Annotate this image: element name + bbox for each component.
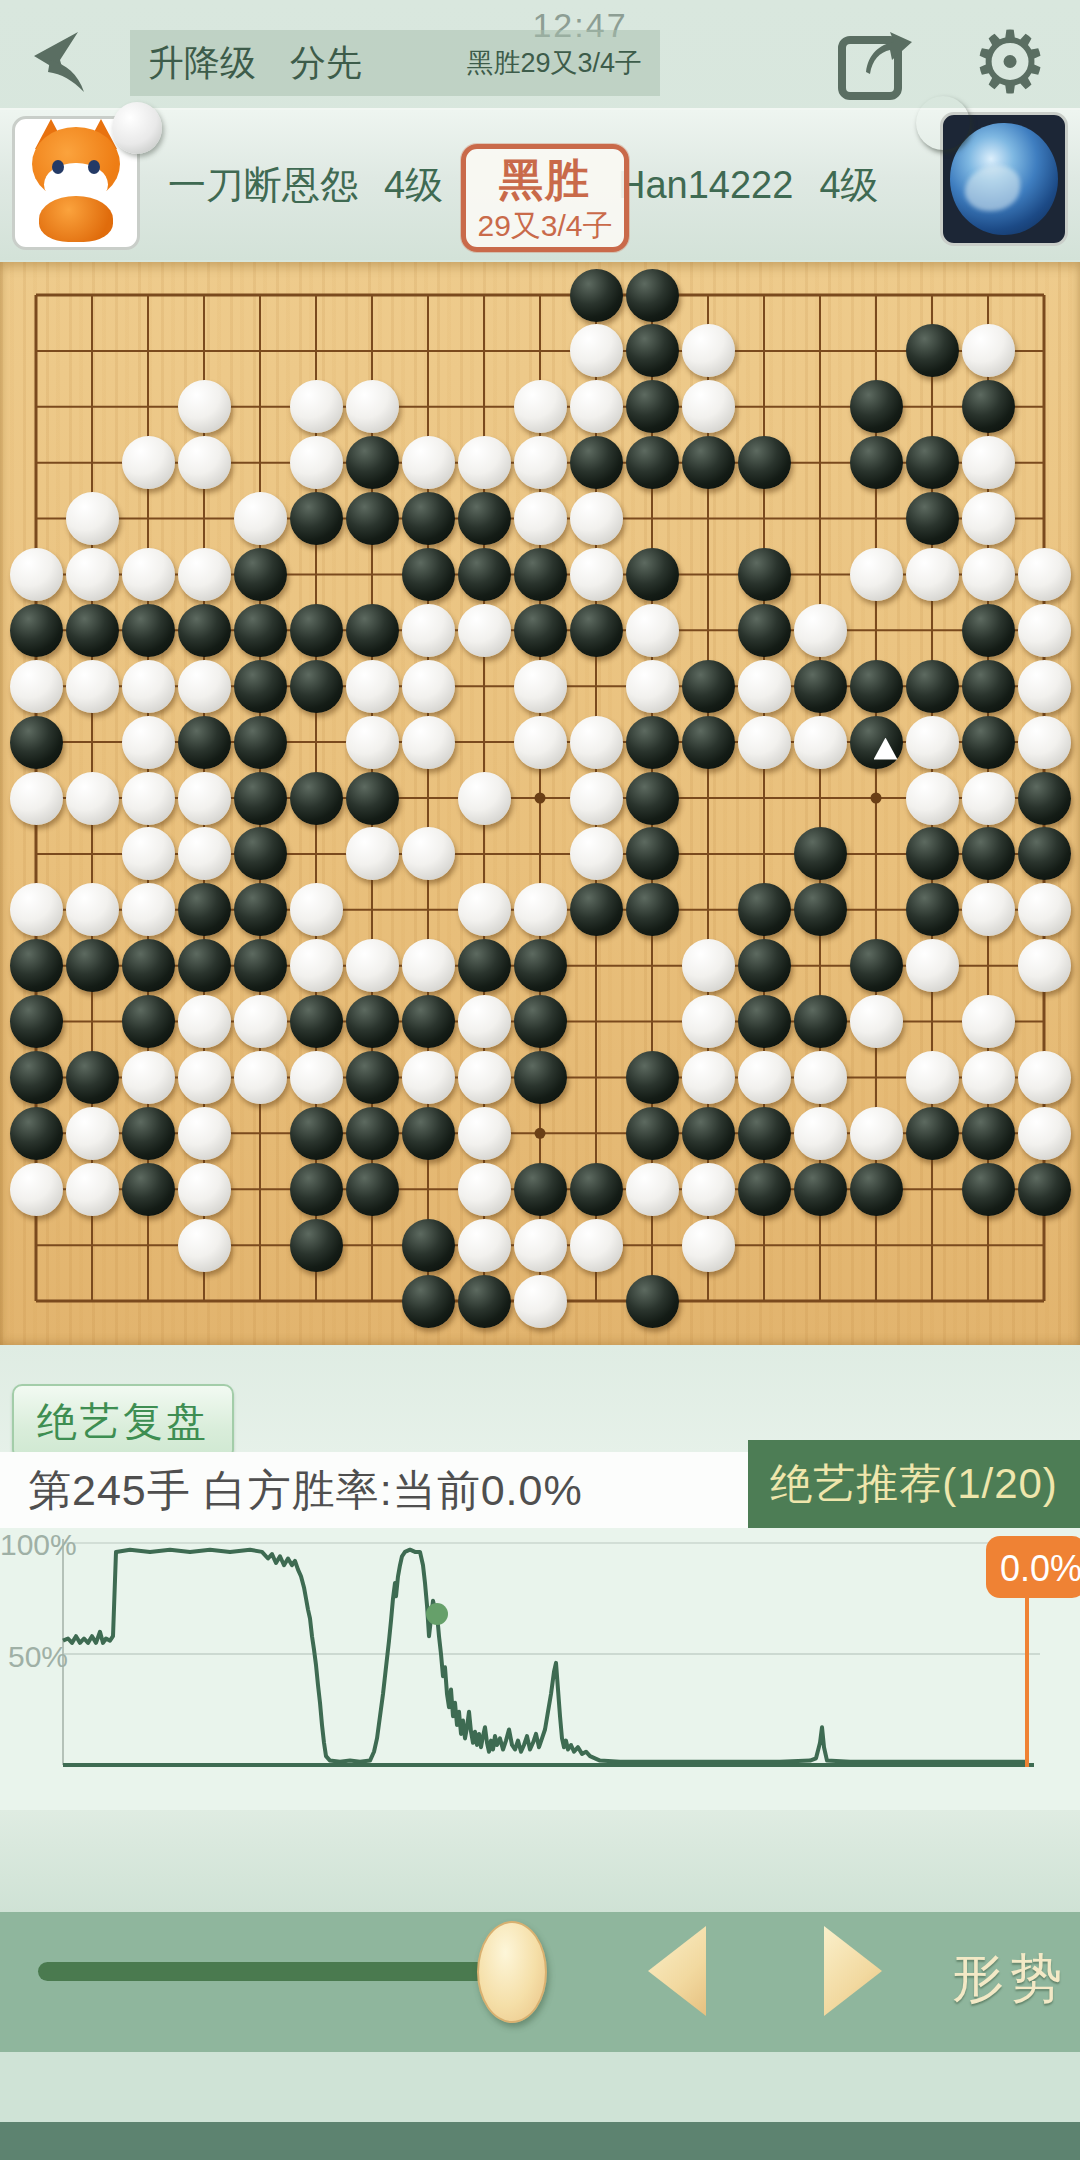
white-stone [290,1051,343,1104]
black-stone [178,883,231,936]
move-winrate-label: 第245手 白方胜率:当前0.0% [28,1462,583,1520]
white-stone [346,660,399,713]
white-stone [66,660,119,713]
black-stone [794,827,847,880]
white-stone [682,324,735,377]
left-player-rank: 4级 [384,160,443,211]
black-stone [234,716,287,769]
black-stone [346,436,399,489]
fox-eye [52,160,64,174]
white-stone [626,604,679,657]
white-stone [570,827,623,880]
white-stone [402,436,455,489]
black-stone [1018,827,1071,880]
black-stone [570,1163,623,1216]
white-stone [178,1163,231,1216]
white-stone [1018,1051,1071,1104]
white-stone [514,436,567,489]
white-stone [402,827,455,880]
black-stone [10,995,63,1048]
share-icon [836,26,914,104]
black-stone [962,827,1015,880]
black-stone [514,604,567,657]
black-stone [234,772,287,825]
black-stone [234,660,287,713]
black-stone [626,548,679,601]
black-stone [346,1051,399,1104]
white-stone [794,1107,847,1160]
right-player-rank: 4级 [819,160,878,211]
back-button[interactable] [20,24,92,98]
black-stone [738,1163,791,1216]
white-stone [178,436,231,489]
black-stone [626,1107,679,1160]
white-stone [906,548,959,601]
white-stone [178,772,231,825]
black-stone [906,883,959,936]
black-stone [850,939,903,992]
black-stone [962,1107,1015,1160]
white-stone [682,1219,735,1272]
left-player-info: 一刀断恩怨 4级 [168,160,443,211]
black-stone [402,548,455,601]
black-stone [906,1107,959,1160]
white-stone [1018,604,1071,657]
back-icon [20,24,92,98]
white-stone [1018,548,1071,601]
white-stone [514,883,567,936]
white-stone [906,716,959,769]
white-stone [738,660,791,713]
white-stone [290,939,343,992]
white-stone [10,660,63,713]
white-stone [570,324,623,377]
black-stone [346,1163,399,1216]
right-player-info: Han14222 4级 [618,160,879,211]
black-stone [906,436,959,489]
white-stone [514,1275,567,1328]
black-stone [122,1107,175,1160]
white-stone [234,995,287,1048]
black-stone [290,1219,343,1272]
game-mode-label: 升降级 [148,39,256,88]
black-stone [10,716,63,769]
white-stone [122,716,175,769]
black-stone [234,827,287,880]
white-stone [514,1219,567,1272]
left-player-name: 一刀断恩怨 [168,160,358,211]
black-stone [626,716,679,769]
black-stone [962,604,1015,657]
black-stone [290,492,343,545]
black-stone [906,827,959,880]
black-stone [626,883,679,936]
ytick-100: 100% [0,1528,77,1562]
white-stone [66,772,119,825]
white-stone [570,548,623,601]
black-stone [66,604,119,657]
black-stone [850,660,903,713]
white-stone [962,995,1015,1048]
white-stone [346,380,399,433]
white-stone [794,604,847,657]
ai-review-button[interactable]: 绝艺复盘 [12,1384,234,1460]
lower-gap [0,1810,1080,1912]
white-stone [10,548,63,601]
black-stone [738,1107,791,1160]
white-stone [570,380,623,433]
white-stone [682,1163,735,1216]
black-stone [402,1275,455,1328]
white-stone [290,883,343,936]
white-stone [346,716,399,769]
black-stone [10,1051,63,1104]
white-stone [1018,660,1071,713]
black-stone-indicator [916,96,970,150]
fox-body [39,196,112,242]
ytick-50: 50% [8,1640,68,1674]
black-stone [402,995,455,1048]
white-stone [458,995,511,1048]
black-stone [458,939,511,992]
white-stone [458,1051,511,1104]
white-stone [402,939,455,992]
black-stone [402,1107,455,1160]
black-stone [402,1219,455,1272]
black-stone [850,1163,903,1216]
black-stone [570,269,623,322]
white-stone [1018,1107,1071,1160]
black-stone [794,995,847,1048]
white-stone [682,995,735,1048]
black-stone [962,380,1015,433]
white-stone [122,1051,175,1104]
share-button[interactable] [836,26,914,104]
white-stone [962,548,1015,601]
white-stone [514,380,567,433]
black-stone [626,436,679,489]
black-stone [626,269,679,322]
white-stone [962,324,1015,377]
white-stone [178,1051,231,1104]
white-stone [66,1163,119,1216]
black-stone [290,604,343,657]
black-stone [290,1163,343,1216]
winrate-curve: 0.0% [0,1528,1080,1810]
black-stone [234,548,287,601]
ai-suggest-button[interactable]: 绝艺推荐(1/20) [748,1440,1080,1528]
black-stone [178,716,231,769]
white-stone [570,772,623,825]
black-stone [234,883,287,936]
white-stone [402,1051,455,1104]
black-stone [178,939,231,992]
black-stone [794,883,847,936]
white-stone [178,995,231,1048]
white-stone [346,939,399,992]
black-stone [850,380,903,433]
white-stone [402,716,455,769]
black-stone [346,492,399,545]
black-stone [794,1163,847,1216]
black-stone [234,939,287,992]
black-stone [1018,772,1071,825]
gear-icon: ⚙ [971,14,1048,110]
black-stone [906,492,959,545]
white-stone [570,492,623,545]
white-stone-indicator [112,102,162,154]
black-stone [514,1163,567,1216]
bottom-light-strip [0,2052,1080,2122]
white-stone [850,548,903,601]
black-stone [738,604,791,657]
situation-button[interactable]: 形势 [952,1944,1080,2014]
black-stone [514,548,567,601]
white-stone [402,604,455,657]
white-stone [1018,883,1071,936]
black-stone [626,1051,679,1104]
white-stone [66,492,119,545]
white-stone [178,1107,231,1160]
white-stone [234,1051,287,1104]
black-stone [626,324,679,377]
last-move-marker [874,738,898,760]
white-stone [794,716,847,769]
white-stone [458,1219,511,1272]
go-board[interactable] [0,262,1080,1345]
black-stone [66,1051,119,1104]
white-stone [402,660,455,713]
white-stone [514,660,567,713]
white-stone [458,1107,511,1160]
black-stone [626,772,679,825]
black-stone [738,883,791,936]
white-stone [178,380,231,433]
result-badge: 黑胜 29又3/4子 [461,144,629,252]
black-stone [962,660,1015,713]
black-stone [10,604,63,657]
white-stone [66,1107,119,1160]
black-stone [962,716,1015,769]
black-stone [346,1107,399,1160]
black-stone [290,1107,343,1160]
black-stone [794,660,847,713]
black-stone [290,995,343,1048]
white-stone [122,772,175,825]
white-stone [906,939,959,992]
white-stone [962,772,1015,825]
white-stone [10,883,63,936]
black-stone [346,995,399,1048]
black-stone [122,995,175,1048]
white-stone [626,660,679,713]
svg-text:0.0%: 0.0% [1000,1548,1080,1589]
winrate-chart[interactable]: 100% 50% 0.0% [0,1528,1080,1810]
black-stone [682,436,735,489]
move-slider-knob[interactable] [477,1921,547,2023]
black-stone [850,436,903,489]
white-stone [178,660,231,713]
white-stone [626,1163,679,1216]
black-stone [906,324,959,377]
white-stone [458,1163,511,1216]
white-stone [682,939,735,992]
white-stone [738,716,791,769]
white-stone [682,380,735,433]
black-stone [626,827,679,880]
black-stone [906,660,959,713]
black-stone [570,883,623,936]
game-result-label: 黑胜29又3/4子 [466,45,642,81]
black-stone [10,1107,63,1160]
black-stone [962,1163,1015,1216]
white-stone [458,883,511,936]
white-stone [962,436,1015,489]
black-stone [570,604,623,657]
black-stone [66,939,119,992]
white-stone [346,827,399,880]
black-stone [850,716,903,769]
move-slider-track[interactable] [38,1962,500,1981]
white-stone [234,492,287,545]
white-stone [570,1219,623,1272]
black-stone [738,436,791,489]
white-stone [682,1051,735,1104]
black-stone [10,939,63,992]
black-stone [514,995,567,1048]
black-stone [682,1107,735,1160]
black-stone [458,548,511,601]
white-stone [794,1051,847,1104]
white-stone [962,492,1015,545]
white-stone [178,827,231,880]
white-stone [738,1051,791,1104]
right-player-name: Han14222 [618,164,793,207]
black-stone [682,660,735,713]
white-stone [906,772,959,825]
black-stone [458,1275,511,1328]
black-stone [290,772,343,825]
black-stone [626,380,679,433]
white-stone [122,548,175,601]
white-stone [962,1051,1015,1104]
game-rule-label: 分先 [290,39,362,88]
white-stone [458,436,511,489]
white-stone [66,883,119,936]
result-badge-winner: 黑胜 [466,151,624,210]
black-stone [122,604,175,657]
white-stone [122,436,175,489]
black-stone [738,939,791,992]
black-stone [682,716,735,769]
white-stone [122,883,175,936]
white-stone [290,380,343,433]
black-stone [458,492,511,545]
white-stone [66,548,119,601]
black-stone [346,772,399,825]
black-stone [290,660,343,713]
white-stone [290,436,343,489]
black-stone [234,604,287,657]
black-stone [346,604,399,657]
white-stone [1018,716,1071,769]
white-stone [458,772,511,825]
white-stone [570,716,623,769]
settings-button[interactable]: ⚙ [962,14,1058,110]
black-stone [514,939,567,992]
white-stone [178,1219,231,1272]
black-stone [178,604,231,657]
black-stone [514,1051,567,1104]
result-badge-margin: 29又3/4子 [466,206,624,247]
white-stone [122,660,175,713]
black-stone [402,492,455,545]
white-stone [906,1051,959,1104]
white-stone [178,548,231,601]
black-stone [738,548,791,601]
white-stone [10,772,63,825]
white-stone [1018,939,1071,992]
white-stone [850,995,903,1048]
game-info-bar: 升降级 分先 黑胜29又3/4子 [130,30,660,96]
bottom-dark-strip [0,2122,1080,2160]
black-stone [738,995,791,1048]
black-stone [1018,1163,1071,1216]
white-stone [10,1163,63,1216]
black-stone [122,1163,175,1216]
black-stone [570,436,623,489]
white-stone [122,827,175,880]
white-stone [850,1107,903,1160]
white-stone [458,604,511,657]
black-stone [122,939,175,992]
white-stone [962,883,1015,936]
white-stone [514,492,567,545]
white-stone [514,716,567,769]
black-stone [626,1275,679,1328]
